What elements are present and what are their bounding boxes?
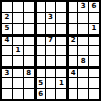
cell-r7c9-empty[interactable] bbox=[89, 67, 99, 77]
cell-r5c7-empty[interactable] bbox=[67, 46, 77, 56]
cell-r2c2-empty[interactable] bbox=[13, 13, 23, 23]
given-digit: 4 bbox=[5, 37, 10, 44]
cell-r7c2-empty[interactable] bbox=[13, 67, 23, 77]
cell-r4c1-given[interactable]: 4 bbox=[2, 35, 12, 45]
cell-r5c9-empty[interactable] bbox=[89, 46, 99, 56]
cell-r7c5-empty[interactable] bbox=[46, 67, 56, 77]
cell-r1c4-empty[interactable] bbox=[35, 2, 45, 12]
cell-r8c8-empty[interactable] bbox=[78, 78, 88, 88]
sudoku-board: 36235147218384516 bbox=[0, 0, 101, 101]
cell-r1c7-empty[interactable] bbox=[67, 2, 77, 12]
cell-r6c2-empty[interactable] bbox=[13, 56, 23, 66]
cell-r9c3-empty[interactable] bbox=[24, 89, 34, 99]
cell-r9c4-given[interactable]: 6 bbox=[35, 89, 45, 99]
cell-r7c3-given[interactable]: 8 bbox=[24, 67, 34, 77]
cell-r6c3-empty[interactable] bbox=[24, 56, 34, 66]
cell-r7c6-empty[interactable] bbox=[56, 67, 66, 77]
given-digit: 6 bbox=[38, 91, 43, 98]
cell-r7c1-given[interactable]: 3 bbox=[2, 67, 12, 77]
cell-r2c5-given[interactable]: 3 bbox=[46, 13, 56, 23]
cell-r2c3-empty[interactable] bbox=[24, 13, 34, 23]
given-digit: 8 bbox=[26, 70, 31, 77]
cell-r9c6-empty[interactable] bbox=[56, 89, 66, 99]
cell-r7c7-given[interactable]: 4 bbox=[67, 67, 77, 77]
given-digit: 1 bbox=[59, 80, 64, 87]
given-digit: 4 bbox=[71, 70, 76, 77]
cell-r6c6-empty[interactable] bbox=[56, 56, 66, 66]
cell-r1c2-empty[interactable] bbox=[13, 2, 23, 12]
cell-r2c9-empty[interactable] bbox=[89, 13, 99, 23]
cell-r2c8-empty[interactable] bbox=[78, 13, 88, 23]
cell-r6c9-empty[interactable] bbox=[89, 56, 99, 66]
cell-r2c4-empty[interactable] bbox=[35, 13, 45, 23]
cell-r8c4-given[interactable]: 5 bbox=[35, 78, 45, 88]
given-digit: 2 bbox=[71, 37, 76, 44]
cell-r6c8-given[interactable]: 8 bbox=[78, 56, 88, 66]
cell-r4c5-given[interactable]: 7 bbox=[46, 35, 56, 45]
cell-r9c9-empty[interactable] bbox=[89, 89, 99, 99]
cell-r3c2-empty[interactable] bbox=[13, 24, 23, 34]
cell-r6c7-empty[interactable] bbox=[67, 56, 77, 66]
cell-r3c7-empty[interactable] bbox=[67, 24, 77, 34]
cell-r6c5-empty[interactable] bbox=[46, 56, 56, 66]
cell-r8c3-empty[interactable] bbox=[24, 78, 34, 88]
cell-r3c3-empty[interactable] bbox=[24, 24, 34, 34]
cell-r2c7-empty[interactable] bbox=[67, 13, 77, 23]
given-digit: 1 bbox=[15, 47, 20, 54]
cell-r1c8-given[interactable]: 3 bbox=[78, 2, 88, 12]
cell-r8c1-empty[interactable] bbox=[2, 78, 12, 88]
cell-r4c9-empty[interactable] bbox=[89, 35, 99, 45]
cell-r5c4-empty[interactable] bbox=[35, 46, 45, 56]
given-digit: 8 bbox=[81, 58, 86, 65]
cell-r3c4-empty[interactable] bbox=[35, 24, 45, 34]
cell-r4c3-empty[interactable] bbox=[24, 35, 34, 45]
cell-r9c2-empty[interactable] bbox=[13, 89, 23, 99]
cell-r5c3-empty[interactable] bbox=[24, 46, 34, 56]
given-digit: 6 bbox=[92, 3, 97, 10]
cell-r7c8-empty[interactable] bbox=[78, 67, 88, 77]
cell-r5c6-empty[interactable] bbox=[56, 46, 66, 56]
cell-r7c4-empty[interactable] bbox=[35, 67, 45, 77]
cell-r9c1-empty[interactable] bbox=[2, 89, 12, 99]
cell-r5c5-empty[interactable] bbox=[46, 46, 56, 56]
cell-r4c7-given[interactable]: 2 bbox=[67, 35, 77, 45]
cell-r1c3-empty[interactable] bbox=[24, 2, 34, 12]
cell-r9c7-empty[interactable] bbox=[67, 89, 77, 99]
cell-r8c2-empty[interactable] bbox=[13, 78, 23, 88]
cell-r4c8-empty[interactable] bbox=[78, 35, 88, 45]
given-digit: 7 bbox=[48, 37, 53, 44]
given-digit: 1 bbox=[92, 25, 97, 32]
cell-r4c2-empty[interactable] bbox=[13, 35, 23, 45]
cell-r5c8-empty[interactable] bbox=[78, 46, 88, 56]
cell-r6c4-empty[interactable] bbox=[35, 56, 45, 66]
cell-r1c9-given[interactable]: 6 bbox=[89, 2, 99, 12]
cell-r4c6-empty[interactable] bbox=[56, 35, 66, 45]
cell-r3c8-empty[interactable] bbox=[78, 24, 88, 34]
given-digit: 5 bbox=[5, 25, 10, 32]
cell-r6c1-empty[interactable] bbox=[2, 56, 12, 66]
cell-r4c4-empty[interactable] bbox=[35, 35, 45, 45]
given-digit: 2 bbox=[5, 14, 10, 21]
cell-r8c7-empty[interactable] bbox=[67, 78, 77, 88]
cell-r1c6-empty[interactable] bbox=[56, 2, 66, 12]
given-digit: 5 bbox=[38, 80, 43, 87]
cell-r9c5-empty[interactable] bbox=[46, 89, 56, 99]
cell-r3c9-given[interactable]: 1 bbox=[89, 24, 99, 34]
cell-r1c1-empty[interactable] bbox=[2, 2, 12, 12]
cell-r3c6-empty[interactable] bbox=[56, 24, 66, 34]
cell-r8c9-empty[interactable] bbox=[89, 78, 99, 88]
cell-r5c1-empty[interactable] bbox=[2, 46, 12, 56]
cell-r9c8-empty[interactable] bbox=[78, 89, 88, 99]
cell-r3c5-empty[interactable] bbox=[46, 24, 56, 34]
cell-r2c1-given[interactable]: 2 bbox=[2, 13, 12, 23]
cell-r8c5-empty[interactable] bbox=[46, 78, 56, 88]
cell-r8c6-given[interactable]: 1 bbox=[56, 78, 66, 88]
given-digit: 3 bbox=[48, 14, 53, 21]
cell-r1c5-empty[interactable] bbox=[46, 2, 56, 12]
given-digit: 3 bbox=[81, 3, 86, 10]
cell-r2c6-empty[interactable] bbox=[56, 13, 66, 23]
given-digit: 3 bbox=[5, 70, 10, 77]
cell-r3c1-given[interactable]: 5 bbox=[2, 24, 12, 34]
cell-r5c2-given[interactable]: 1 bbox=[13, 46, 23, 56]
